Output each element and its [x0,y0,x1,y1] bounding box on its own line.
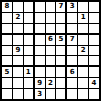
cell-r5c3[interactable] [24,46,34,56]
cell-r6c5[interactable] [46,56,56,66]
cell-r1c2[interactable] [13,2,23,12]
cell-r4c9[interactable] [89,35,99,45]
cell-r4c4[interactable] [35,35,45,45]
cell-r5c5[interactable] [46,46,56,56]
cell-r5c9[interactable] [89,46,99,56]
cell-r7c4[interactable] [35,67,45,77]
cell-r2c1[interactable] [2,13,12,23]
cell-r3c6[interactable] [56,24,66,34]
cell-r2c7[interactable] [67,13,77,23]
cell-r3c3[interactable] [24,24,34,34]
cell-r5c6[interactable] [56,46,66,56]
cell-r8c8[interactable] [78,78,88,88]
cell-r2c3[interactable] [24,13,34,23]
cell-r8c2[interactable] [13,78,23,88]
cell-r4c7[interactable]: 7 [67,35,77,45]
cell-r9c7[interactable] [67,89,77,99]
cell-r1c5[interactable] [46,2,56,12]
cell-r3c1[interactable] [2,24,12,34]
cell-r8c4[interactable]: 9 [35,78,45,88]
cell-r4c6[interactable]: 5 [56,35,66,45]
cell-r6c8[interactable] [78,56,88,66]
cell-r7c1[interactable]: 5 [2,67,12,77]
cell-r7c8[interactable] [78,67,88,77]
cell-r7c6[interactable] [56,67,66,77]
cell-r4c2[interactable] [13,35,23,45]
cell-r3c8[interactable] [78,24,88,34]
cell-r8c6[interactable] [56,78,66,88]
cell-r7c2[interactable] [13,67,23,77]
cell-r2c6[interactable] [56,13,66,23]
cell-r6c2[interactable] [13,56,23,66]
cell-r8c1[interactable] [2,78,12,88]
cell-r4c5[interactable]: 6 [46,35,56,45]
cell-r8c5[interactable]: 2 [46,78,56,88]
cell-r9c4[interactable]: 3 [35,89,45,99]
cell-r1c4[interactable] [35,2,45,12]
cell-r9c1[interactable] [2,89,12,99]
cell-r3c4[interactable] [35,24,45,34]
cell-r9c5[interactable] [46,89,56,99]
cell-r2c2[interactable]: 2 [13,13,23,23]
cell-r8c7[interactable] [67,78,77,88]
cell-r3c9[interactable] [89,24,99,34]
cell-r2c9[interactable] [89,13,99,23]
cell-r5c7[interactable] [67,46,77,56]
cell-r7c3[interactable]: 1 [24,67,34,77]
cell-r9c3[interactable] [24,89,34,99]
cell-r1c6[interactable]: 7 [56,2,66,12]
cell-r6c3[interactable] [24,56,34,66]
cell-r6c4[interactable] [35,56,45,66]
cell-r6c1[interactable] [2,56,12,66]
cell-r6c6[interactable] [56,56,66,66]
sudoku-board: 87321657925169243 [0,0,101,101]
cell-r1c3[interactable] [24,2,34,12]
cell-r1c1[interactable]: 8 [2,2,12,12]
cell-r1c7[interactable]: 3 [67,2,77,12]
cell-r5c2[interactable]: 9 [13,46,23,56]
cell-r9c2[interactable] [13,89,23,99]
cell-r2c4[interactable] [35,13,45,23]
cell-r3c7[interactable] [67,24,77,34]
cell-r9c9[interactable] [89,89,99,99]
cell-r4c3[interactable] [24,35,34,45]
cell-r4c8[interactable] [78,35,88,45]
cell-r2c8[interactable]: 1 [78,13,88,23]
cell-r5c8[interactable]: 2 [78,46,88,56]
cell-r5c4[interactable] [35,46,45,56]
cell-r1c9[interactable] [89,2,99,12]
cell-r6c9[interactable] [89,56,99,66]
cell-r2c5[interactable] [46,13,56,23]
sudoku-page: 87321657925169243 [0,0,101,101]
cell-r4c1[interactable] [2,35,12,45]
cell-r7c7[interactable]: 6 [67,67,77,77]
cell-r3c5[interactable] [46,24,56,34]
cell-r5c1[interactable] [2,46,12,56]
cell-r6c7[interactable] [67,56,77,66]
cell-r9c6[interactable] [56,89,66,99]
cell-r7c5[interactable] [46,67,56,77]
cell-r7c9[interactable] [89,67,99,77]
cell-r8c9[interactable]: 4 [89,78,99,88]
cell-r9c8[interactable] [78,89,88,99]
cell-r3c2[interactable] [13,24,23,34]
cell-r8c3[interactable] [24,78,34,88]
cell-r1c8[interactable] [78,2,88,12]
